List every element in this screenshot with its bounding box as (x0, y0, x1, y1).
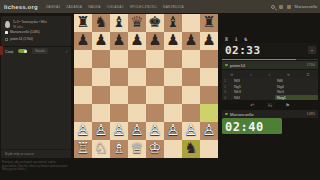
white-color-icon (5, 31, 8, 34)
white-piece-e2[interactable]: ♙ (146, 122, 164, 140)
square-a8[interactable]: ♜ (74, 14, 92, 32)
square-h1[interactable] (200, 140, 218, 158)
lichess-logo[interactable]: lichess.org (4, 4, 38, 10)
black-piece-c8[interactable]: ♝ (110, 14, 128, 32)
chat-input[interactable]: Bądź miły w czacie (1, 149, 71, 158)
draw-offer-button[interactable]: ½ (267, 102, 272, 108)
white-piece-g2[interactable]: ♙ (182, 122, 200, 140)
move-nav-button-0[interactable]: « (230, 70, 233, 78)
square-d6[interactable] (128, 50, 146, 68)
time-control-label: 5+3 • Towarzyska • Blitz (13, 20, 47, 24)
square-f3[interactable] (164, 104, 182, 122)
opponent-rating: 1700 (307, 63, 315, 67)
square-a5[interactable] (74, 68, 92, 86)
black-piece-h8[interactable]: ♜ (200, 14, 218, 32)
opponent-name[interactable]: pioter14 (230, 63, 245, 68)
square-d1[interactable]: ♕ (128, 140, 146, 158)
black-piece-b8[interactable]: ♞ (92, 14, 110, 32)
move-nav-button-2[interactable]: › (269, 70, 271, 78)
square-h3[interactable] (200, 104, 218, 122)
chat-header: Czat Notatki ↗ (1, 47, 71, 55)
move-3-black[interactable]: Ne3 (275, 89, 318, 95)
square-f8[interactable]: ♝ (164, 14, 182, 32)
black-piece-a7[interactable]: ♟ (74, 32, 92, 50)
resign-button[interactable]: ⚑ (285, 102, 289, 108)
white-piece-e1[interactable]: ♔ (146, 140, 164, 158)
opponent-clock-time: 02:33 (225, 44, 261, 57)
square-b2[interactable]: ♙ (92, 122, 110, 140)
square-f5[interactable] (164, 68, 182, 86)
square-a6[interactable] (74, 50, 92, 68)
square-b3[interactable] (92, 104, 110, 122)
chat-notice-text: Pamiętaj, aby zachować uprzejmość wobec … (2, 161, 68, 172)
white-piece-f2[interactable]: ♙ (164, 122, 182, 140)
square-d3[interactable] (128, 104, 146, 122)
square-d4[interactable] (128, 86, 146, 104)
square-h8[interactable]: ♜ (200, 14, 218, 32)
square-g2[interactable]: ♙ (182, 122, 200, 140)
square-f1[interactable] (164, 140, 182, 158)
challenge-icon[interactable] (279, 5, 283, 9)
square-g6[interactable] (182, 50, 200, 68)
black-player-line[interactable]: pioter14 (1700) (5, 37, 33, 41)
square-b8[interactable]: ♞ (92, 14, 110, 32)
square-a2[interactable]: ♙ (74, 122, 92, 140)
square-g7[interactable]: ♟ (182, 32, 200, 50)
square-a4[interactable] (74, 86, 92, 104)
white-piece-h2[interactable]: ♙ (200, 122, 218, 140)
square-e5[interactable] (146, 68, 164, 86)
square-f7[interactable]: ♟ (164, 32, 182, 50)
square-c6[interactable] (110, 50, 128, 68)
captured-pieces: ♜ ♝ ♞ (224, 36, 250, 42)
black-piece-e7[interactable]: ♟ (146, 32, 164, 50)
resize-icon[interactable]: ↗ (65, 49, 68, 54)
square-d8[interactable]: ♛ (128, 14, 146, 32)
nav-item-nauka[interactable]: Nauka (88, 5, 100, 9)
chat-panel: Czat Notatki ↗ Bądź miły w czacie (1, 47, 71, 158)
square-f6[interactable] (164, 50, 182, 68)
square-d5[interactable] (128, 68, 146, 86)
game-action-buttons: ↶½⚑ (222, 101, 318, 110)
player-rating: 1485 (307, 112, 315, 116)
nav-item-ogladaj[interactable]: Ogladaj (107, 5, 124, 9)
takeback-button[interactable]: ↶ (250, 102, 254, 108)
square-f2[interactable]: ♙ (164, 122, 182, 140)
white-piece-d2[interactable]: ♙ (128, 122, 146, 140)
online-dot (225, 64, 228, 67)
square-e4[interactable] (146, 86, 164, 104)
square-g1[interactable]: ♞ (182, 140, 200, 158)
notification-icon[interactable] (287, 5, 291, 9)
square-g3[interactable] (182, 104, 200, 122)
chess-board[interactable]: ♜♞♝♛♚♝♜♟♟♟♟♟♟♟♟♙♙♙♙♙♙♙♙♖♘♗♕♔♞ (74, 14, 218, 158)
square-h6[interactable] (200, 50, 218, 68)
player-clock-running: 02:40 (222, 118, 282, 134)
square-h4[interactable] (200, 86, 218, 104)
game-status-label: W toku (13, 25, 23, 29)
square-c1[interactable]: ♗ (110, 140, 128, 158)
black-piece-f7[interactable]: ♟ (164, 32, 182, 50)
square-e7[interactable]: ♟ (146, 32, 164, 50)
black-piece-e8[interactable]: ♚ (146, 14, 164, 32)
square-a1[interactable]: ♖ (74, 140, 92, 158)
square-c4[interactable] (110, 86, 128, 104)
white-piece-a2[interactable]: ♙ (74, 122, 92, 140)
black-piece-c7[interactable]: ♟ (110, 32, 128, 50)
square-e1[interactable]: ♔ (146, 140, 164, 158)
square-g4[interactable] (182, 86, 200, 104)
square-c3[interactable] (110, 104, 128, 122)
square-e3[interactable] (146, 104, 164, 122)
nav-item-spolecznosc[interactable]: Spolecznosc (130, 5, 157, 9)
black-piece-f8[interactable]: ♝ (164, 14, 182, 32)
square-g8[interactable] (182, 14, 200, 32)
player-clock-time: 02:40 (225, 120, 264, 134)
username-menu[interactable]: Marianczello (295, 4, 317, 9)
square-c8[interactable]: ♝ (110, 14, 128, 32)
square-f4[interactable] (164, 86, 182, 104)
square-a3[interactable] (74, 104, 92, 122)
nav-item-zagraj[interactable]: Zagraj (46, 5, 60, 9)
chat-toggle[interactable] (18, 49, 27, 53)
square-c5[interactable] (110, 68, 128, 86)
square-d7[interactable]: ♟ (128, 32, 146, 50)
square-b1[interactable]: ♘ (92, 140, 110, 158)
square-b5[interactable] (92, 68, 110, 86)
square-b4[interactable] (92, 86, 110, 104)
move-nav-button-1[interactable]: ‹ (250, 70, 252, 78)
square-c7[interactable]: ♟ (110, 32, 128, 50)
chat-accent-mark (0, 46, 3, 55)
player-row[interactable]: Marianczello 1485 (222, 110, 318, 118)
tab-notes[interactable]: Notatki (32, 48, 48, 54)
chat-placeholder: Bądź miły w czacie (5, 152, 34, 156)
white-piece-c2[interactable]: ♙ (110, 122, 128, 140)
opponent-clock: 02:33 + (222, 43, 318, 57)
white-piece-b2[interactable]: ♙ (92, 122, 110, 140)
square-b7[interactable]: ♟ (92, 32, 110, 50)
move-nav-buttons: «‹›»≡ (222, 70, 318, 78)
move-nav-button-3[interactable]: » (287, 70, 290, 78)
square-c2[interactable]: ♙ (110, 122, 128, 140)
square-h2[interactable]: ♙ (200, 122, 218, 140)
black-piece-g1[interactable]: ♞ (182, 140, 200, 158)
square-b6[interactable] (92, 50, 110, 68)
player-name[interactable]: Marianczello (230, 112, 254, 117)
square-e6[interactable] (146, 50, 164, 68)
black-piece-g7[interactable]: ♟ (182, 32, 200, 50)
nav-item-zadania[interactable]: Zadania (66, 5, 82, 9)
game-meta-panel: 5+3 • Towarzyska • Blitz W toku Mariancz… (1, 16, 71, 46)
blitz-flame-icon (5, 21, 10, 28)
white-piece-c1[interactable]: ♗ (110, 140, 128, 158)
nav-item-narzedzia[interactable]: Narzedzia (163, 5, 184, 9)
search-icon[interactable] (271, 5, 275, 9)
black-piece-d7[interactable]: ♟ (128, 32, 146, 50)
online-dot (225, 113, 228, 116)
black-color-icon (5, 38, 8, 41)
tab-chat[interactable]: Czat (5, 49, 13, 54)
main-nav: ZagrajZadaniaNaukaOgladajSpolecznoscNarz… (46, 5, 184, 9)
square-g5[interactable] (182, 68, 200, 86)
square-h5[interactable] (200, 68, 218, 86)
black-piece-d8[interactable]: ♛ (128, 14, 146, 32)
black-piece-b7[interactable]: ♟ (92, 32, 110, 50)
white-player-line[interactable]: Marianczello (1485) (5, 30, 40, 34)
white-piece-d1[interactable]: ♕ (128, 140, 146, 158)
white-piece-a1[interactable]: ♖ (74, 140, 92, 158)
black-piece-a8[interactable]: ♜ (74, 14, 92, 32)
square-d2[interactable]: ♙ (128, 122, 146, 140)
move-nav-button-4[interactable]: ≡ (307, 70, 310, 78)
white-piece-b1[interactable]: ♘ (92, 140, 110, 158)
give-time-button[interactable]: + (308, 46, 316, 54)
square-e8[interactable]: ♚ (146, 14, 164, 32)
square-a7[interactable]: ♟ (74, 32, 92, 50)
black-piece-h7[interactable]: ♟ (200, 32, 218, 50)
move-list[interactable]: 1Nf3Nf62Ng5Ng43Nh3Ne34Nf4Nxg1 (222, 78, 318, 100)
square-h7[interactable]: ♟ (200, 32, 218, 50)
square-e2[interactable]: ♙ (146, 122, 164, 140)
opponent-row[interactable]: pioter14 1700 (222, 61, 318, 69)
top-nav-bar: lichess.org ZagrajZadaniaNaukaOgladajSpo… (0, 0, 320, 13)
